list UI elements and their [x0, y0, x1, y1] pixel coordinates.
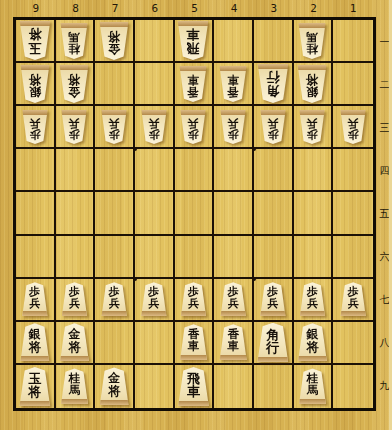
square-3-5[interactable] [254, 192, 294, 235]
square-5-4[interactable] [175, 149, 215, 192]
koma-body: 香車 [178, 66, 208, 102]
square-1-9[interactable] [333, 365, 373, 408]
piece-lance-gote[interactable]: 香車 [218, 66, 248, 102]
koma-body: 銀将 [296, 65, 328, 103]
square-5-2[interactable]: 香車 [175, 63, 215, 106]
koma-body: 桂馬 [59, 368, 89, 404]
piece-pawn-gote[interactable]: 歩兵 [140, 110, 168, 144]
piece-pawn-sente[interactable]: 歩兵 [60, 282, 88, 316]
piece-kanji: 香車 [227, 73, 239, 97]
piece-lance-sente[interactable]: 香車 [218, 324, 248, 360]
square-4-1[interactable] [214, 20, 254, 63]
square-3-4[interactable] [254, 149, 294, 192]
piece-kanji: 玉将 [28, 372, 41, 399]
piece-silver-gote[interactable]: 銀将 [296, 65, 328, 103]
square-3-6[interactable] [254, 236, 294, 279]
koma-body: 銀将 [19, 323, 51, 361]
piece-kanji: 銀将 [29, 328, 41, 353]
piece-kanji: 歩兵 [228, 286, 239, 309]
piece-kanji: 飛車 [187, 372, 200, 399]
piece-pawn-sente[interactable]: 歩兵 [339, 282, 367, 316]
square-8-8[interactable]: 金将 [56, 322, 96, 365]
piece-pawn-gote[interactable]: 歩兵 [259, 110, 287, 144]
piece-kanji: 銀将 [306, 328, 318, 353]
koma-body: 香車 [218, 66, 248, 102]
file-label-5: 5 [175, 2, 215, 16]
square-8-5[interactable] [56, 192, 96, 235]
piece-kanji: 金将 [68, 73, 80, 98]
square-3-9[interactable] [254, 365, 294, 408]
piece-knight-gote[interactable]: 桂馬 [59, 23, 89, 59]
piece-kanji: 歩兵 [188, 286, 199, 309]
koma-body: 金将 [58, 323, 90, 361]
square-7-2[interactable] [95, 63, 135, 106]
square-5-8[interactable]: 香車 [175, 322, 215, 365]
square-2-2[interactable]: 銀将 [294, 63, 334, 106]
koma-body: 歩兵 [60, 282, 88, 316]
koma-body: 歩兵 [140, 282, 168, 316]
piece-kanji: 歩兵 [69, 286, 80, 309]
koma-body: 金将 [58, 65, 90, 103]
square-7-9[interactable]: 金将 [95, 365, 135, 408]
piece-knight-gote[interactable]: 桂馬 [297, 23, 327, 59]
piece-pawn-gote[interactable]: 歩兵 [339, 110, 367, 144]
square-6-7[interactable]: 歩兵 [135, 279, 175, 322]
koma-body: 歩兵 [60, 110, 88, 144]
piece-kanji: 桂馬 [307, 30, 319, 54]
piece-kanji: 香車 [188, 73, 200, 97]
koma-body: 香車 [218, 324, 248, 360]
star-point [252, 147, 256, 151]
square-3-2[interactable]: 角行 [254, 63, 294, 106]
square-5-5[interactable] [175, 192, 215, 235]
square-7-6[interactable] [95, 236, 135, 279]
square-1-3[interactable]: 歩兵 [333, 106, 373, 149]
square-7-4[interactable] [95, 149, 135, 192]
koma-body: 桂馬 [297, 23, 327, 59]
piece-pawn-sente[interactable]: 歩兵 [140, 282, 168, 316]
piece-kanji: 桂馬 [69, 373, 81, 397]
piece-gold-sente[interactable]: 金将 [58, 323, 90, 361]
piece-pawn-gote[interactable]: 歩兵 [179, 110, 207, 144]
square-4-4[interactable] [214, 149, 254, 192]
piece-gold-gote[interactable]: 金将 [98, 22, 130, 60]
file-label-4: 4 [214, 2, 254, 16]
square-4-8[interactable]: 香車 [214, 322, 254, 365]
square-9-7[interactable]: 歩兵 [16, 279, 56, 322]
square-7-8[interactable] [95, 322, 135, 365]
piece-kanji: 歩兵 [348, 286, 359, 309]
square-9-9[interactable]: 玉将 [16, 365, 56, 408]
piece-kanji: 銀将 [306, 73, 318, 98]
piece-silver-gote[interactable]: 銀将 [19, 65, 51, 103]
piece-rook-gote[interactable]: 飛車 [176, 21, 210, 60]
square-5-7[interactable]: 歩兵 [175, 279, 215, 322]
square-1-7[interactable]: 歩兵 [333, 279, 373, 322]
piece-kanji: 歩兵 [29, 286, 40, 309]
file-label-2: 2 [294, 2, 334, 16]
square-4-7[interactable]: 歩兵 [214, 279, 254, 322]
square-3-3[interactable]: 歩兵 [254, 106, 294, 149]
piece-gold-gote[interactable]: 金将 [58, 65, 90, 103]
piece-kanji: 桂馬 [69, 30, 81, 54]
square-2-4[interactable] [294, 149, 334, 192]
piece-kanji: 桂馬 [307, 373, 319, 397]
koma-body: 角行 [256, 323, 290, 362]
square-4-3[interactable]: 歩兵 [214, 106, 254, 149]
square-8-4[interactable] [56, 149, 96, 192]
piece-pawn-sente[interactable]: 歩兵 [298, 282, 326, 316]
square-6-5[interactable] [135, 192, 175, 235]
piece-kanji: 歩兵 [29, 117, 40, 140]
piece-kanji: 歩兵 [267, 117, 278, 140]
koma-body: 飛車 [176, 367, 210, 406]
square-1-1[interactable] [333, 20, 373, 63]
koma-body: 飛車 [176, 21, 210, 60]
square-2-1[interactable]: 桂馬 [294, 20, 334, 63]
piece-kanji: 金将 [68, 328, 80, 353]
square-7-1[interactable]: 金将 [95, 20, 135, 63]
square-2-8[interactable]: 銀将 [294, 322, 334, 365]
square-2-7[interactable]: 歩兵 [294, 279, 334, 322]
koma-body: 歩兵 [298, 110, 326, 144]
file-label-1: 1 [333, 2, 373, 16]
piece-kanji: 歩兵 [109, 286, 120, 309]
koma-body: 歩兵 [100, 282, 128, 316]
piece-pawn-sente[interactable]: 歩兵 [179, 282, 207, 316]
piece-pawn-gote[interactable]: 歩兵 [219, 110, 247, 144]
square-1-4[interactable] [333, 149, 373, 192]
piece-kanji: 角行 [266, 71, 279, 98]
piece-pawn-gote[interactable]: 歩兵 [100, 110, 128, 144]
koma-body: 歩兵 [21, 282, 49, 316]
square-9-5[interactable] [16, 192, 56, 235]
piece-pawn-gote[interactable]: 歩兵 [60, 110, 88, 144]
piece-kanji: 玉将 [28, 28, 41, 55]
koma-body: 金将 [98, 22, 130, 60]
square-6-9[interactable] [135, 365, 175, 408]
piece-pawn-sente[interactable]: 歩兵 [259, 282, 287, 316]
file-label-8: 8 [56, 2, 96, 16]
piece-rook-sente[interactable]: 飛車 [176, 367, 210, 406]
star-point [133, 147, 137, 151]
piece-kanji: 歩兵 [307, 117, 318, 140]
koma-body: 歩兵 [339, 282, 367, 316]
piece-kanji: 歩兵 [148, 117, 159, 140]
koma-body: 香車 [178, 324, 208, 360]
square-2-9[interactable]: 桂馬 [294, 365, 334, 408]
koma-body: 歩兵 [21, 110, 49, 144]
square-4-2[interactable]: 香車 [214, 63, 254, 106]
piece-gold-sente[interactable]: 金将 [98, 367, 130, 405]
square-6-4[interactable] [135, 149, 175, 192]
square-1-5[interactable] [333, 192, 373, 235]
square-4-6[interactable] [214, 236, 254, 279]
square-8-7[interactable]: 歩兵 [56, 279, 96, 322]
square-6-8[interactable] [135, 322, 175, 365]
piece-king-sente[interactable]: 玉将 [18, 367, 52, 406]
square-6-3[interactable]: 歩兵 [135, 106, 175, 149]
square-3-7[interactable]: 歩兵 [254, 279, 294, 322]
koma-body: 歩兵 [298, 282, 326, 316]
file-label-9: 9 [16, 2, 56, 16]
koma-body: 玉将 [18, 21, 52, 60]
square-6-6[interactable] [135, 236, 175, 279]
file-label-3: 3 [254, 2, 294, 16]
piece-pawn-sente[interactable]: 歩兵 [21, 282, 49, 316]
piece-kanji: 歩兵 [267, 286, 278, 309]
piece-knight-sente[interactable]: 桂馬 [297, 368, 327, 404]
piece-silver-sente[interactable]: 銀将 [19, 323, 51, 361]
piece-king-gote[interactable]: 玉将 [18, 21, 52, 60]
star-point [133, 277, 137, 281]
square-3-1[interactable] [254, 20, 294, 63]
board: 玉将桂馬金将飛車桂馬銀将金将香車香車角行銀将歩兵歩兵歩兵歩兵歩兵歩兵歩兵歩兵歩兵… [13, 17, 376, 411]
square-9-2[interactable]: 銀将 [16, 63, 56, 106]
square-1-6[interactable] [333, 236, 373, 279]
piece-silver-sente[interactable]: 銀将 [296, 323, 328, 361]
piece-kanji: 金将 [108, 30, 120, 55]
square-6-1[interactable] [135, 20, 175, 63]
piece-pawn-sente[interactable]: 歩兵 [219, 282, 247, 316]
koma-body: 歩兵 [259, 110, 287, 144]
piece-kanji: 歩兵 [188, 117, 199, 140]
koma-body: 銀将 [296, 323, 328, 361]
piece-kanji: 金将 [108, 372, 120, 397]
square-5-9[interactable]: 飛車 [175, 365, 215, 408]
square-7-7[interactable]: 歩兵 [95, 279, 135, 322]
piece-pawn-sente[interactable]: 歩兵 [100, 282, 128, 316]
piece-kanji: 香車 [227, 329, 239, 353]
star-point [252, 277, 256, 281]
square-8-3[interactable]: 歩兵 [56, 106, 96, 149]
square-7-3[interactable]: 歩兵 [95, 106, 135, 149]
koma-body: 歩兵 [140, 110, 168, 144]
square-2-3[interactable]: 歩兵 [294, 106, 334, 149]
square-5-6[interactable] [175, 236, 215, 279]
piece-bishop-gote[interactable]: 角行 [256, 64, 290, 103]
piece-lance-sente[interactable]: 香車 [178, 324, 208, 360]
koma-body: 角行 [256, 64, 290, 103]
square-9-3[interactable]: 歩兵 [16, 106, 56, 149]
square-4-5[interactable] [214, 192, 254, 235]
piece-pawn-gote[interactable]: 歩兵 [21, 110, 49, 144]
piece-bishop-sente[interactable]: 角行 [256, 323, 290, 362]
koma-body: 金将 [98, 367, 130, 405]
file-label-6: 6 [135, 2, 175, 16]
square-6-2[interactable] [135, 63, 175, 106]
koma-body: 歩兵 [179, 282, 207, 316]
piece-kanji: 銀将 [29, 73, 41, 98]
piece-kanji: 歩兵 [69, 117, 80, 140]
square-9-8[interactable]: 銀将 [16, 322, 56, 365]
koma-body: 歩兵 [219, 282, 247, 316]
piece-knight-sente[interactable]: 桂馬 [59, 368, 89, 404]
piece-pawn-gote[interactable]: 歩兵 [298, 110, 326, 144]
square-4-9[interactable] [214, 365, 254, 408]
square-1-8[interactable] [333, 322, 373, 365]
square-8-1[interactable]: 桂馬 [56, 20, 96, 63]
board-grid: 玉将桂馬金将飛車桂馬銀将金将香車香車角行銀将歩兵歩兵歩兵歩兵歩兵歩兵歩兵歩兵歩兵… [16, 20, 373, 408]
koma-body: 歩兵 [339, 110, 367, 144]
file-label-7: 7 [95, 2, 135, 16]
square-5-3[interactable]: 歩兵 [175, 106, 215, 149]
square-9-4[interactable] [16, 149, 56, 192]
square-9-1[interactable]: 玉将 [16, 20, 56, 63]
piece-kanji: 歩兵 [148, 286, 159, 309]
shogi-board-area: 987654321 一二三四五六七八九 玉将桂馬金将飛車桂馬銀将金将香車香車角行… [0, 0, 392, 430]
square-1-2[interactable] [333, 63, 373, 106]
square-2-5[interactable] [294, 192, 334, 235]
koma-body: 歩兵 [100, 110, 128, 144]
square-2-6[interactable] [294, 236, 334, 279]
piece-kanji: 角行 [266, 328, 279, 355]
piece-kanji: 歩兵 [307, 286, 318, 309]
koma-body: 桂馬 [59, 23, 89, 59]
koma-body: 歩兵 [179, 110, 207, 144]
square-8-6[interactable] [56, 236, 96, 279]
piece-kanji: 香車 [188, 329, 200, 353]
piece-lance-gote[interactable]: 香車 [178, 66, 208, 102]
square-9-6[interactable] [16, 236, 56, 279]
square-7-5[interactable] [95, 192, 135, 235]
piece-kanji: 飛車 [187, 28, 200, 55]
koma-body: 玉将 [18, 367, 52, 406]
koma-body: 銀将 [19, 65, 51, 103]
koma-body: 桂馬 [297, 368, 327, 404]
square-3-8[interactable]: 角行 [254, 322, 294, 365]
koma-body: 歩兵 [219, 110, 247, 144]
koma-body: 歩兵 [259, 282, 287, 316]
square-8-9[interactable]: 桂馬 [56, 365, 96, 408]
file-labels: 987654321 [16, 2, 373, 16]
square-5-1[interactable]: 飛車 [175, 20, 215, 63]
piece-kanji: 歩兵 [109, 117, 120, 140]
square-8-2[interactable]: 金将 [56, 63, 96, 106]
piece-kanji: 歩兵 [348, 117, 359, 140]
piece-kanji: 歩兵 [228, 117, 239, 140]
